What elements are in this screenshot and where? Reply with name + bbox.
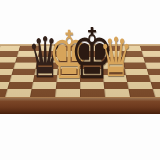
pieces-layer: ♛♚♚♛ [0, 0, 160, 160]
chessboard-photo: ♛♚♚♛ [0, 0, 160, 160]
piece-white-queen-f5: ♛ [97, 31, 135, 85]
